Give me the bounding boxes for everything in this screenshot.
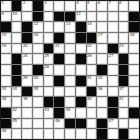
black-cell-r8c8 — [87, 87, 97, 97]
clue-number: 9 — [2, 12, 4, 16]
clue-number: 32 — [98, 76, 103, 80]
black-cell-r11c0 — [1, 119, 11, 129]
white-cell-r2c10[interactable] — [108, 22, 118, 32]
white-cell-r8c9[interactable]: 36 — [97, 87, 107, 97]
white-cell-r10c6[interactable]: 44 — [65, 108, 75, 118]
black-cell-r0c3 — [33, 1, 43, 11]
black-cell-r0c1 — [12, 1, 22, 11]
clue-number: 5 — [87, 1, 89, 5]
white-cell-r6c2[interactable] — [22, 65, 32, 75]
white-cell-r4c12[interactable] — [129, 44, 139, 54]
white-cell-r8c4[interactable] — [44, 87, 54, 97]
black-cell-r11c7 — [76, 119, 86, 129]
white-cell-r6c4[interactable]: 28 — [44, 65, 54, 75]
white-cell-r1c8[interactable] — [87, 12, 97, 22]
clue-number: 15 — [2, 33, 7, 37]
black-cell-r6c11 — [119, 65, 129, 75]
black-cell-r11c9 — [97, 119, 107, 129]
clue-number: 1 — [2, 1, 4, 5]
clue-number: 20 — [23, 44, 28, 48]
white-cell-r11c12[interactable] — [129, 119, 139, 129]
white-cell-r5c6[interactable] — [65, 54, 75, 64]
clue-number: 17 — [98, 33, 103, 37]
clue-number: 4 — [76, 1, 78, 5]
white-cell-r10c8[interactable] — [87, 108, 97, 118]
white-cell-r7c4[interactable] — [44, 76, 54, 86]
white-cell-r3c1[interactable] — [12, 33, 22, 43]
white-cell-r3c4[interactable] — [44, 33, 54, 43]
white-cell-r6c8[interactable] — [87, 65, 97, 75]
white-cell-r4c8[interactable]: 22 — [87, 44, 97, 54]
white-cell-r7c8[interactable]: 31 — [87, 76, 97, 86]
clue-number: 22 — [87, 44, 92, 48]
black-cell-r6c9 — [97, 65, 107, 75]
white-cell-r1c11[interactable] — [119, 12, 129, 22]
white-cell-r10c7[interactable] — [76, 108, 86, 118]
clue-number: 30 — [34, 76, 39, 80]
white-cell-r7c9[interactable]: 32 — [97, 76, 107, 86]
white-cell-r9c6[interactable] — [65, 97, 75, 107]
white-cell-r0c8[interactable]: 5 — [87, 1, 97, 11]
clue-number: 18 — [130, 33, 135, 37]
white-cell-r7c0[interactable] — [1, 76, 11, 86]
white-cell-r0c6[interactable] — [65, 1, 75, 11]
white-cell-r11c1[interactable]: 45 — [12, 119, 22, 129]
white-cell-r2c9[interactable] — [97, 22, 107, 32]
black-cell-r3c8 — [87, 33, 97, 43]
white-cell-r4c2[interactable]: 20 — [22, 44, 32, 54]
white-cell-r1c1[interactable]: 10 — [12, 12, 22, 22]
white-cell-r6c0[interactable] — [1, 65, 11, 75]
white-cell-r1c9[interactable] — [97, 12, 107, 22]
white-cell-r11c3[interactable] — [33, 119, 43, 129]
white-cell-r0c9[interactable]: 6 — [97, 1, 107, 11]
clue-number: 14 — [87, 22, 92, 26]
clue-number: 36 — [98, 87, 103, 91]
white-cell-r12c3[interactable] — [33, 129, 43, 139]
clue-number: 47 — [108, 119, 113, 123]
clue-number: 21 — [55, 44, 60, 48]
white-cell-r3c6[interactable] — [65, 33, 75, 43]
black-cell-r5c1 — [12, 54, 22, 64]
white-cell-r3c9[interactable]: 17 — [97, 33, 107, 43]
white-cell-r2c11[interactable] — [119, 22, 129, 32]
white-cell-r6c10[interactable] — [108, 65, 118, 75]
clue-number: 37 — [119, 87, 124, 91]
white-cell-r11c8[interactable] — [87, 119, 97, 129]
black-cell-r6c1 — [12, 65, 22, 75]
clue-number: 27 — [108, 54, 113, 58]
white-cell-r4c7[interactable] — [76, 44, 86, 54]
clue-number: 38 — [2, 97, 7, 101]
white-cell-r6c12[interactable] — [129, 65, 139, 75]
white-cell-r2c5[interactable] — [54, 22, 64, 32]
clue-number: 7 — [108, 1, 110, 5]
white-cell-r0c12[interactable] — [129, 1, 139, 11]
black-cell-r10c12 — [129, 108, 139, 118]
clue-number: 10 — [12, 12, 17, 16]
black-cell-r1c6 — [65, 12, 75, 22]
clue-number: 26 — [87, 54, 92, 58]
black-cell-r3c7 — [76, 33, 86, 43]
white-cell-r9c9[interactable] — [97, 97, 107, 107]
white-cell-r2c3[interactable]: 12 — [33, 22, 43, 32]
white-cell-r10c11[interactable] — [119, 108, 129, 118]
white-cell-r12c0[interactable]: 48 — [1, 129, 11, 139]
clue-number: 35 — [34, 87, 39, 91]
clue-number: 29 — [23, 76, 28, 80]
white-cell-r1c0[interactable]: 9 — [1, 12, 11, 22]
white-cell-r8c11[interactable]: 37 — [119, 87, 129, 97]
white-cell-r5c2[interactable]: 24 — [22, 54, 32, 64]
white-cell-r10c4[interactable]: 43 — [44, 108, 54, 118]
white-cell-r0c2[interactable]: 2 — [22, 1, 32, 11]
white-cell-r9c3[interactable] — [33, 97, 43, 107]
clue-number: 33 — [2, 87, 7, 91]
white-cell-r8c7[interactable] — [76, 87, 86, 97]
clue-number: 12 — [34, 22, 39, 26]
clue-number: 8 — [119, 1, 121, 5]
white-cell-r0c11[interactable]: 8 — [119, 1, 129, 11]
clue-number: 42 — [12, 108, 17, 112]
black-cell-r9c4 — [44, 97, 54, 107]
clue-number: 23 — [119, 44, 124, 48]
clue-number: 39 — [23, 97, 28, 101]
white-cell-r0c0[interactable]: 1 — [1, 1, 11, 11]
white-cell-r11c10[interactable]: 47 — [108, 119, 118, 129]
white-cell-r12c2[interactable] — [22, 129, 32, 139]
white-cell-r12c5[interactable] — [54, 129, 64, 139]
black-cell-r7c11 — [119, 76, 129, 86]
white-cell-r12c4[interactable] — [44, 129, 54, 139]
white-cell-r7c3[interactable]: 30 — [33, 76, 43, 86]
black-cell-r7c5 — [54, 76, 64, 86]
white-cell-r10c3[interactable] — [33, 108, 43, 118]
white-cell-r5c3[interactable] — [33, 54, 43, 64]
black-cell-r9c7 — [76, 97, 86, 107]
black-cell-r12c9 — [97, 129, 107, 139]
white-cell-r4c5[interactable]: 21 — [54, 44, 64, 54]
black-cell-r10c0 — [1, 108, 11, 118]
clue-number: 40 — [87, 97, 92, 101]
white-cell-r5c0[interactable] — [1, 54, 11, 64]
white-cell-r8c3[interactable]: 35 — [33, 87, 43, 97]
white-cell-r1c4[interactable] — [44, 12, 54, 22]
clue-number: 11 — [76, 12, 81, 16]
white-cell-r3c11[interactable] — [119, 33, 129, 43]
white-cell-r5c9[interactable] — [97, 54, 107, 64]
black-cell-r5c11 — [119, 54, 129, 64]
white-cell-r12c10[interactable] — [108, 129, 118, 139]
clue-number: 48 — [2, 129, 7, 133]
white-cell-r9c12[interactable] — [129, 97, 139, 107]
white-cell-r5c4[interactable]: 25 — [44, 54, 54, 64]
black-cell-r7c1 — [12, 76, 22, 86]
clue-number: 45 — [12, 119, 17, 123]
white-cell-r10c9[interactable] — [97, 108, 107, 118]
clue-number: 34 — [12, 87, 17, 91]
clue-number: 2 — [23, 1, 25, 5]
white-cell-r8c6[interactable] — [65, 87, 75, 97]
white-cell-r5c10[interactable]: 27 — [108, 54, 118, 64]
clue-number: 28 — [44, 65, 49, 69]
clue-number: 44 — [66, 108, 71, 112]
white-cell-r3c10[interactable] — [108, 33, 118, 43]
white-cell-r12c6[interactable] — [65, 129, 75, 139]
white-cell-r11c4[interactable] — [44, 119, 54, 129]
white-cell-r1c10[interactable] — [108, 12, 118, 22]
white-cell-r9c2[interactable]: 39 — [22, 97, 32, 107]
crossword-grid: 1234567891011121314151617181920212223242… — [0, 0, 140, 140]
white-cell-r9c8[interactable]: 40 — [87, 97, 97, 107]
white-cell-r8c12[interactable] — [129, 87, 139, 97]
clue-number: 3 — [44, 1, 46, 5]
white-cell-r2c4[interactable] — [44, 22, 54, 32]
clue-number: 46 — [55, 119, 60, 123]
white-cell-r12c12[interactable] — [129, 129, 139, 139]
black-cell-r8c2 — [22, 87, 32, 97]
black-cell-r11c6 — [65, 119, 75, 129]
black-cell-r4c4 — [44, 44, 54, 54]
clue-number: 25 — [44, 54, 49, 58]
clue-number: 43 — [44, 108, 49, 112]
white-cell-r10c1[interactable]: 42 — [12, 108, 22, 118]
white-cell-r2c6[interactable]: 13 — [65, 22, 75, 32]
clue-number: 31 — [87, 76, 92, 80]
black-cell-r7c7 — [76, 76, 86, 86]
white-cell-r2c1[interactable] — [12, 22, 22, 32]
clue-number: 13 — [66, 22, 71, 26]
clue-number: 19 — [2, 44, 7, 48]
white-cell-r8c0[interactable]: 33 — [1, 87, 11, 97]
white-cell-r4c0[interactable]: 19 — [1, 44, 11, 54]
white-cell-r11c5[interactable]: 46 — [54, 119, 64, 129]
black-cell-r10c10 — [108, 108, 118, 118]
black-cell-r2c0 — [1, 22, 11, 32]
black-cell-r10c5 — [54, 108, 64, 118]
white-cell-r0c4[interactable]: 3 — [44, 1, 54, 11]
white-cell-r7c2[interactable]: 29 — [22, 76, 32, 86]
white-cell-r5c8[interactable]: 26 — [87, 54, 97, 64]
black-cell-r9c10 — [108, 97, 118, 107]
white-cell-r3c3[interactable]: 16 — [33, 33, 43, 43]
white-cell-r3c0[interactable]: 15 — [1, 33, 11, 43]
white-cell-r8c10[interactable] — [108, 87, 118, 97]
white-cell-r4c1[interactable] — [12, 44, 22, 54]
black-cell-r2c7 — [76, 22, 86, 32]
white-cell-r4c11[interactable]: 23 — [119, 44, 129, 54]
white-cell-r12c1[interactable] — [12, 129, 22, 139]
black-cell-r2c12 — [129, 22, 139, 32]
white-cell-r1c2[interactable] — [22, 12, 32, 22]
white-cell-r3c12[interactable]: 18 — [129, 33, 139, 43]
black-cell-r6c3 — [33, 65, 43, 75]
white-cell-r7c10[interactable] — [108, 76, 118, 86]
white-cell-r2c8[interactable]: 14 — [87, 22, 97, 32]
white-cell-r6c5[interactable] — [54, 65, 64, 75]
white-cell-r4c6[interactable] — [65, 44, 75, 54]
white-cell-r10c2[interactable] — [22, 108, 32, 118]
white-cell-r6c6[interactable] — [65, 65, 75, 75]
white-cell-r0c5[interactable] — [54, 1, 64, 11]
white-cell-r6c7[interactable] — [76, 65, 86, 75]
white-cell-r7c6[interactable] — [65, 76, 75, 86]
clue-number: 24 — [23, 54, 28, 58]
clue-number: 41 — [119, 97, 124, 101]
black-cell-r1c3 — [33, 12, 43, 22]
white-cell-r1c7[interactable]: 11 — [76, 12, 86, 22]
black-cell-r12c11 — [119, 129, 129, 139]
black-cell-r4c10 — [108, 44, 118, 54]
black-cell-r2c2 — [22, 22, 32, 32]
white-cell-r8c1[interactable]: 34 — [12, 87, 22, 97]
white-cell-r4c3[interactable] — [33, 44, 43, 54]
white-cell-r7c12[interactable] — [129, 76, 139, 86]
black-cell-r5c5 — [54, 54, 64, 64]
white-cell-r4c9[interactable] — [97, 44, 107, 54]
white-cell-r9c1[interactable] — [12, 97, 22, 107]
white-cell-r12c8[interactable] — [87, 129, 97, 139]
white-cell-r5c12[interactable] — [129, 54, 139, 64]
black-cell-r9c5 — [54, 97, 64, 107]
black-cell-r1c12 — [129, 12, 139, 22]
black-cell-r5c7 — [76, 54, 86, 64]
clue-number: 16 — [34, 33, 39, 37]
black-cell-r3c2 — [22, 33, 32, 43]
white-cell-r11c2[interactable] — [22, 119, 32, 129]
white-cell-r11c11[interactable] — [119, 119, 129, 129]
black-cell-r1c5 — [54, 12, 64, 22]
black-cell-r3c5 — [54, 33, 64, 43]
white-cell-r9c0[interactable]: 38 — [1, 97, 11, 107]
clue-number: 6 — [98, 1, 100, 5]
white-cell-r9c11[interactable]: 41 — [119, 97, 129, 107]
white-cell-r0c10[interactable]: 7 — [108, 1, 118, 11]
white-cell-r0c7[interactable]: 4 — [76, 1, 86, 11]
white-cell-r12c7[interactable] — [76, 129, 86, 139]
white-cell-r8c5[interactable] — [54, 87, 64, 97]
